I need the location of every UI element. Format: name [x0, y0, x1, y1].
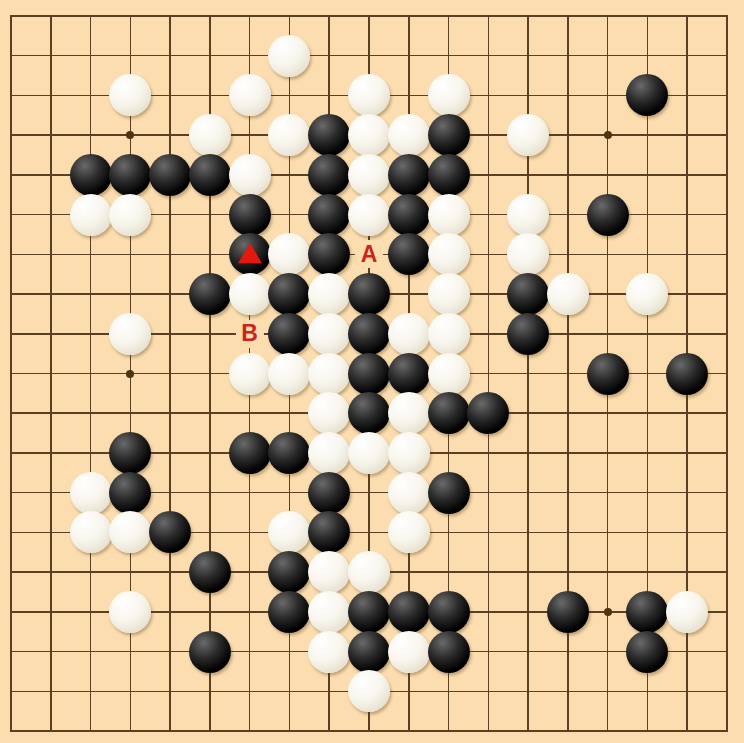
white-stone: [348, 432, 390, 474]
white-stone: [109, 74, 151, 116]
white-stone: [308, 591, 350, 633]
grid-line-vertical: [726, 15, 728, 732]
white-stone: [428, 273, 470, 315]
white-stone: [388, 114, 430, 156]
white-stone: [388, 631, 430, 673]
black-stone: [189, 154, 231, 196]
white-stone: [428, 313, 470, 355]
white-stone: [348, 114, 390, 156]
black-stone: [428, 392, 470, 434]
black-stone: [428, 591, 470, 633]
white-stone: [268, 233, 310, 275]
point-label-b[interactable]: B: [236, 320, 264, 348]
white-stone: [308, 432, 350, 474]
black-stone: [308, 114, 350, 156]
white-stone: [308, 551, 350, 593]
white-stone: [229, 353, 271, 395]
black-stone: [149, 154, 191, 196]
white-stone: [70, 511, 112, 553]
white-stone: [547, 273, 589, 315]
white-stone: [189, 114, 231, 156]
black-stone: [348, 273, 390, 315]
black-stone: [109, 154, 151, 196]
white-stone: [626, 273, 668, 315]
black-stone: [268, 432, 310, 474]
white-stone: [308, 392, 350, 434]
black-stone: [388, 194, 430, 236]
black-stone: [189, 631, 231, 673]
black-stone: [626, 74, 668, 116]
white-stone: [507, 233, 549, 275]
white-stone: [348, 670, 390, 712]
black-stone: [348, 392, 390, 434]
black-stone: [229, 194, 271, 236]
black-stone: [348, 591, 390, 633]
white-stone: [388, 511, 430, 553]
black-stone: [109, 432, 151, 474]
grid-line-vertical: [488, 15, 490, 732]
white-stone: [308, 273, 350, 315]
black-stone: [348, 631, 390, 673]
black-stone: [189, 551, 231, 593]
white-stone: [666, 591, 708, 633]
white-stone: [268, 35, 310, 77]
white-stone: [428, 233, 470, 275]
black-stone: [149, 511, 191, 553]
white-stone: [388, 472, 430, 514]
black-stone: [467, 392, 509, 434]
black-stone: [348, 353, 390, 395]
white-stone: [109, 511, 151, 553]
white-stone: [428, 194, 470, 236]
white-stone: [229, 74, 271, 116]
black-stone: [308, 472, 350, 514]
black-stone: [268, 273, 310, 315]
point-label-a[interactable]: A: [355, 240, 383, 268]
black-stone: [507, 273, 549, 315]
white-stone: [109, 313, 151, 355]
black-stone: [428, 154, 470, 196]
white-stone: [308, 313, 350, 355]
white-stone: [268, 353, 310, 395]
black-stone: [109, 472, 151, 514]
black-stone: [268, 591, 310, 633]
white-stone: [109, 194, 151, 236]
black-stone: [268, 313, 310, 355]
black-stone: [587, 353, 629, 395]
black-stone: [229, 432, 271, 474]
black-stone: [626, 591, 668, 633]
white-stone: [308, 353, 350, 395]
white-stone: [388, 432, 430, 474]
black-stone: [428, 114, 470, 156]
white-stone: [268, 114, 310, 156]
white-stone: [507, 194, 549, 236]
white-stone: [428, 353, 470, 395]
black-stone: [308, 511, 350, 553]
black-stone: [428, 472, 470, 514]
black-stone: [308, 194, 350, 236]
black-stone: [308, 154, 350, 196]
star-point: [126, 370, 134, 378]
white-stone: [348, 194, 390, 236]
black-stone: [587, 194, 629, 236]
black-stone: [308, 233, 350, 275]
black-stone: [268, 551, 310, 593]
black-stone: [507, 313, 549, 355]
white-stone: [229, 154, 271, 196]
black-stone: [388, 353, 430, 395]
white-stone: [348, 74, 390, 116]
white-stone: [428, 74, 470, 116]
white-stone: [229, 273, 271, 315]
triangle-marker: [238, 244, 262, 264]
white-stone: [70, 472, 112, 514]
star-point: [126, 131, 134, 139]
black-stone: [388, 591, 430, 633]
white-stone: [109, 591, 151, 633]
white-stone: [348, 551, 390, 593]
black-stone: [547, 591, 589, 633]
white-stone: [388, 392, 430, 434]
white-stone: [308, 631, 350, 673]
white-stone: [348, 154, 390, 196]
black-stone: [348, 313, 390, 355]
white-stone: [388, 313, 430, 355]
black-stone: [70, 154, 112, 196]
grid-line-horizontal: [10, 730, 728, 732]
black-stone: [666, 353, 708, 395]
star-point: [604, 131, 612, 139]
black-stone: [428, 631, 470, 673]
black-stone: [626, 631, 668, 673]
star-point: [604, 608, 612, 616]
black-stone: [189, 273, 231, 315]
black-stone: [388, 154, 430, 196]
white-stone: [507, 114, 549, 156]
black-stone: [388, 233, 430, 275]
white-stone: [70, 194, 112, 236]
white-stone: [268, 511, 310, 553]
go-board[interactable]: AB: [0, 0, 744, 743]
